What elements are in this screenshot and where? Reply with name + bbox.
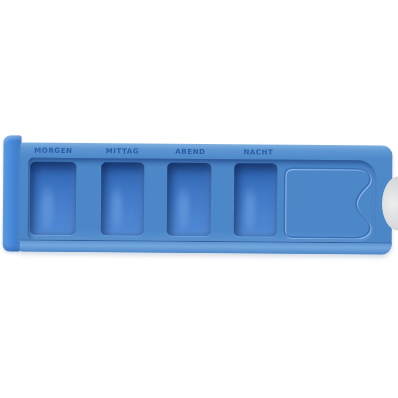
pill-well-morgen: [30, 162, 77, 235]
pill-well-abend: [167, 163, 212, 236]
slider-tab: [3, 135, 22, 251]
product-photo-scene: MORGEN MITTAG ABEND NACHT: [0, 0, 398, 398]
pill-well-nacht: [234, 163, 278, 236]
compartment-label-nacht: NACHT: [226, 148, 290, 157]
tray-body: MORGEN MITTAG ABEND NACHT: [20, 143, 393, 255]
pill-dispenser-tray: MORGEN MITTAG ABEND NACHT: [0, 0, 398, 398]
compartment-label-morgen: MORGEN: [21, 147, 85, 156]
pill-well-mittag: [101, 162, 145, 235]
tray-bottom-rim: [20, 240, 392, 255]
compartment-label-abend: ABEND: [158, 148, 222, 157]
embossed-panel-groove: [283, 167, 377, 240]
compartment-label-mittag: MITTAG: [90, 147, 154, 156]
tray-channel: [28, 158, 377, 243]
